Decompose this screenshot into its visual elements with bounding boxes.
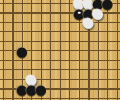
last-move-marker	[78, 11, 81, 14]
white-stone: ●	[82, 15, 96, 29]
go-board[interactable]: ●●●●●●●●●●●●●	[0, 0, 120, 100]
black-stone: ●	[34, 82, 48, 96]
black-stone: ●	[15, 44, 29, 58]
